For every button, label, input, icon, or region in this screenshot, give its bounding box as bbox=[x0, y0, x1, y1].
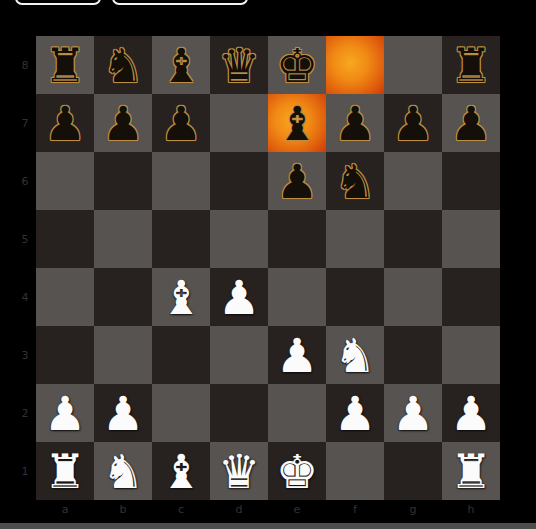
square-a6[interactable] bbox=[36, 152, 94, 210]
square-b8[interactable]: ♞ bbox=[94, 36, 152, 94]
square-e4[interactable] bbox=[268, 268, 326, 326]
square-d6[interactable] bbox=[210, 152, 268, 210]
square-h3[interactable] bbox=[442, 326, 500, 384]
white-pawn-icon: ♟ bbox=[384, 384, 442, 442]
black-king-icon: ♚ bbox=[268, 36, 326, 94]
square-f1[interactable] bbox=[326, 442, 384, 500]
square-f6[interactable]: ♞ bbox=[326, 152, 384, 210]
square-c7[interactable]: ♟ bbox=[152, 94, 210, 152]
square-d8[interactable]: ♛ bbox=[210, 36, 268, 94]
square-e3[interactable]: ♟ bbox=[268, 326, 326, 384]
white-pawn-icon: ♟ bbox=[326, 384, 384, 442]
black-queen-icon: ♛ bbox=[210, 36, 268, 94]
square-c6[interactable] bbox=[152, 152, 210, 210]
rank-label-1: 1 bbox=[18, 442, 32, 500]
square-g1[interactable] bbox=[384, 442, 442, 500]
square-c3[interactable] bbox=[152, 326, 210, 384]
square-e8[interactable]: ♚ bbox=[268, 36, 326, 94]
file-label-a: a bbox=[36, 502, 94, 516]
white-rook-icon: ♜ bbox=[442, 442, 500, 500]
file-label-g: g bbox=[384, 502, 442, 516]
black-pawn-icon: ♟ bbox=[384, 94, 442, 152]
square-e7[interactable]: ♝ bbox=[268, 94, 326, 152]
top-left-button[interactable] bbox=[15, 0, 101, 5]
white-pawn-icon: ♟ bbox=[94, 384, 152, 442]
square-a5[interactable] bbox=[36, 210, 94, 268]
square-a3[interactable] bbox=[36, 326, 94, 384]
file-label-d: d bbox=[210, 502, 268, 516]
rank-label-5: 5 bbox=[18, 210, 32, 268]
white-pawn-icon: ♟ bbox=[210, 268, 268, 326]
black-pawn-icon: ♟ bbox=[36, 94, 94, 152]
rank-label-6: 6 bbox=[18, 152, 32, 210]
white-queen-icon: ♛ bbox=[210, 442, 268, 500]
square-g3[interactable] bbox=[384, 326, 442, 384]
white-rook-icon: ♜ bbox=[36, 442, 94, 500]
square-h8[interactable]: ♜ bbox=[442, 36, 500, 94]
square-g6[interactable] bbox=[384, 152, 442, 210]
square-h5[interactable] bbox=[442, 210, 500, 268]
square-f3[interactable]: ♞ bbox=[326, 326, 384, 384]
square-a2[interactable]: ♟ bbox=[36, 384, 94, 442]
square-d5[interactable] bbox=[210, 210, 268, 268]
square-h6[interactable] bbox=[442, 152, 500, 210]
black-pawn-icon: ♟ bbox=[442, 94, 500, 152]
black-rook-icon: ♜ bbox=[36, 36, 94, 94]
square-g5[interactable] bbox=[384, 210, 442, 268]
square-g7[interactable]: ♟ bbox=[384, 94, 442, 152]
rank-label-4: 4 bbox=[18, 268, 32, 326]
black-pawn-icon: ♟ bbox=[94, 94, 152, 152]
file-label-b: b bbox=[94, 502, 152, 516]
black-bishop-icon: ♝ bbox=[268, 94, 326, 152]
square-c4[interactable]: ♝ bbox=[152, 268, 210, 326]
square-c2[interactable] bbox=[152, 384, 210, 442]
rank-label-8: 8 bbox=[18, 36, 32, 94]
square-a4[interactable] bbox=[36, 268, 94, 326]
square-d7[interactable] bbox=[210, 94, 268, 152]
square-g4[interactable] bbox=[384, 268, 442, 326]
file-label-f: f bbox=[326, 502, 384, 516]
square-e1[interactable]: ♚ bbox=[268, 442, 326, 500]
square-f8[interactable] bbox=[326, 36, 384, 94]
square-c8[interactable]: ♝ bbox=[152, 36, 210, 94]
file-label-e: e bbox=[268, 502, 326, 516]
square-h4[interactable] bbox=[442, 268, 500, 326]
square-g2[interactable]: ♟ bbox=[384, 384, 442, 442]
square-d3[interactable] bbox=[210, 326, 268, 384]
square-b7[interactable]: ♟ bbox=[94, 94, 152, 152]
square-b6[interactable] bbox=[94, 152, 152, 210]
white-pawn-icon: ♟ bbox=[36, 384, 94, 442]
horizontal-scrollbar[interactable] bbox=[0, 523, 536, 529]
file-label-h: h bbox=[442, 502, 500, 516]
white-bishop-icon: ♝ bbox=[152, 268, 210, 326]
chess-board: ♜♞♝♛♚♜♟♟♟♝♟♟♟♟♞♝♟♟♞♟♟♟♟♟♜♞♝♛♚♜ bbox=[36, 36, 500, 500]
square-a8[interactable]: ♜ bbox=[36, 36, 94, 94]
square-d1[interactable]: ♛ bbox=[210, 442, 268, 500]
black-bishop-icon: ♝ bbox=[152, 36, 210, 94]
square-b2[interactable]: ♟ bbox=[94, 384, 152, 442]
black-knight-icon: ♞ bbox=[94, 36, 152, 94]
square-g8[interactable] bbox=[384, 36, 442, 94]
black-knight-icon: ♞ bbox=[326, 152, 384, 210]
white-knight-icon: ♞ bbox=[326, 326, 384, 384]
square-b5[interactable] bbox=[94, 210, 152, 268]
rank-label-7: 7 bbox=[18, 94, 32, 152]
black-pawn-icon: ♟ bbox=[268, 152, 326, 210]
square-h7[interactable]: ♟ bbox=[442, 94, 500, 152]
square-a1[interactable]: ♜ bbox=[36, 442, 94, 500]
square-f2[interactable]: ♟ bbox=[326, 384, 384, 442]
square-e2[interactable] bbox=[268, 384, 326, 442]
white-pawn-icon: ♟ bbox=[268, 326, 326, 384]
square-e6[interactable]: ♟ bbox=[268, 152, 326, 210]
square-c5[interactable] bbox=[152, 210, 210, 268]
white-pawn-icon: ♟ bbox=[442, 384, 500, 442]
white-knight-icon: ♞ bbox=[94, 442, 152, 500]
rank-label-2: 2 bbox=[18, 384, 32, 442]
square-f5[interactable] bbox=[326, 210, 384, 268]
square-h1[interactable]: ♜ bbox=[442, 442, 500, 500]
top-right-button[interactable] bbox=[112, 0, 248, 5]
square-c1[interactable]: ♝ bbox=[152, 442, 210, 500]
white-king-icon: ♚ bbox=[268, 442, 326, 500]
black-pawn-icon: ♟ bbox=[326, 94, 384, 152]
square-a7[interactable]: ♟ bbox=[36, 94, 94, 152]
square-b4[interactable] bbox=[94, 268, 152, 326]
square-d4[interactable]: ♟ bbox=[210, 268, 268, 326]
square-b3[interactable] bbox=[94, 326, 152, 384]
black-pawn-icon: ♟ bbox=[152, 94, 210, 152]
black-rook-icon: ♜ bbox=[442, 36, 500, 94]
square-d2[interactable] bbox=[210, 384, 268, 442]
square-e5[interactable] bbox=[268, 210, 326, 268]
rank-label-3: 3 bbox=[18, 326, 32, 384]
file-label-c: c bbox=[152, 502, 210, 516]
square-h2[interactable]: ♟ bbox=[442, 384, 500, 442]
square-b1[interactable]: ♞ bbox=[94, 442, 152, 500]
square-f4[interactable] bbox=[326, 268, 384, 326]
white-bishop-icon: ♝ bbox=[152, 442, 210, 500]
square-f7[interactable]: ♟ bbox=[326, 94, 384, 152]
